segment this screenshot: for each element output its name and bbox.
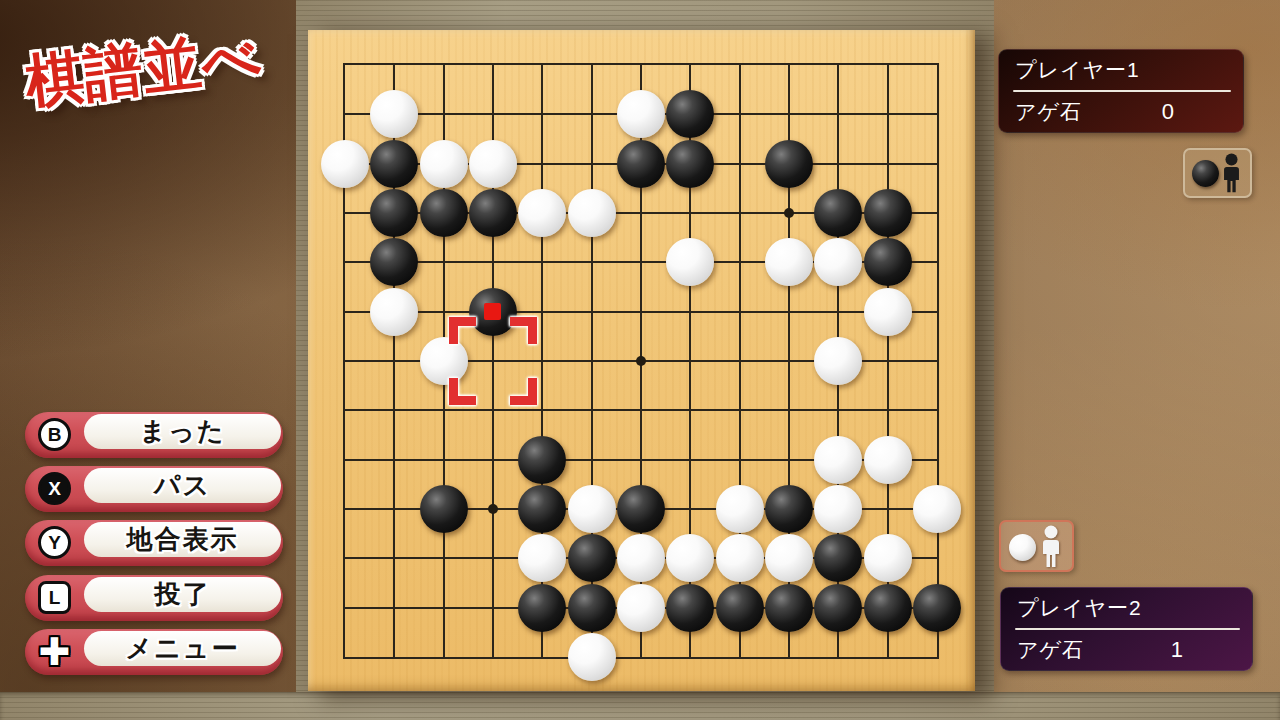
black-stone [568, 534, 616, 582]
black-stone [814, 534, 862, 582]
black-stone [666, 584, 714, 632]
board-cursor[interactable] [449, 317, 537, 405]
star-point [488, 504, 498, 514]
territory-display-label: 地合表示 [84, 522, 281, 557]
player1-captures-row: アゲ石 0 [999, 92, 1243, 132]
white-stone [765, 534, 813, 582]
black-stone [765, 485, 813, 533]
black-stone [617, 485, 665, 533]
player1-stone-indicator [1183, 148, 1252, 198]
black-stone [370, 238, 418, 286]
black-stone [568, 584, 616, 632]
plus-button-icon: ✚ [38, 635, 71, 668]
b-button-icon: B [38, 418, 71, 451]
white-stone [469, 140, 517, 188]
white-stone [814, 485, 862, 533]
player2-panel: プレイヤー2 アゲ石 1 [1000, 587, 1253, 671]
black-stone [370, 189, 418, 237]
black-stone [814, 189, 862, 237]
white-stone-icon [1009, 534, 1036, 561]
star-point [636, 356, 646, 366]
player1-captures-count: 0 [1162, 99, 1175, 125]
star-point [784, 208, 794, 218]
player-person-icon [1038, 525, 1064, 569]
x-button-icon: X [38, 472, 71, 505]
black-stone [814, 584, 862, 632]
pass-label: パス [84, 468, 281, 503]
white-stone [518, 189, 566, 237]
white-stone [420, 140, 468, 188]
black-stone [864, 584, 912, 632]
menu-button[interactable]: ✚ メニュー [25, 629, 283, 675]
white-stone [666, 238, 714, 286]
white-stone [716, 534, 764, 582]
black-stone [864, 189, 912, 237]
goban-grid[interactable] [343, 63, 939, 659]
grid-line [345, 409, 937, 411]
player2-captures-count: 1 [1171, 637, 1184, 663]
page-title: 棋譜並べ [22, 17, 267, 121]
player2-captures-row: アゲ石 1 [1001, 630, 1252, 670]
white-stone [666, 534, 714, 582]
player1-panel: プレイヤー1 アゲ石 0 [998, 49, 1244, 133]
matta-button[interactable]: B まった [25, 412, 283, 458]
black-stone [370, 140, 418, 188]
white-stone [814, 337, 862, 385]
black-stone [716, 584, 764, 632]
captures-label: アゲ石 [1015, 98, 1082, 126]
captures-label: アゲ石 [1017, 636, 1084, 664]
white-stone [617, 534, 665, 582]
black-stone [913, 584, 961, 632]
white-stone [568, 485, 616, 533]
white-stone [568, 189, 616, 237]
cursor-corner [510, 378, 537, 405]
black-stone [420, 485, 468, 533]
black-stone [765, 584, 813, 632]
black-stone [864, 238, 912, 286]
resign-button[interactable]: L 投了 [25, 575, 283, 621]
l-button-icon: L [38, 581, 71, 614]
white-stone [370, 288, 418, 336]
player-person-icon [1219, 153, 1244, 194]
white-stone [568, 633, 616, 681]
white-stone [321, 140, 369, 188]
player2-name: プレイヤー2 [1001, 588, 1252, 628]
pass-button[interactable]: X パス [25, 466, 283, 512]
white-stone [370, 90, 418, 138]
black-stone [518, 485, 566, 533]
white-stone [814, 436, 862, 484]
cursor-corner [510, 317, 537, 344]
player2-stone-indicator [999, 520, 1074, 572]
cursor-corner [449, 378, 476, 405]
black-stone [666, 90, 714, 138]
white-stone [617, 90, 665, 138]
white-stone [864, 534, 912, 582]
black-stone [518, 584, 566, 632]
goban-board[interactable] [308, 30, 975, 691]
white-stone [864, 436, 912, 484]
game-screen: 棋譜並べ B まった X パス Y 地合表示 L 投了 ✚ メニュー プレイヤー… [0, 0, 1280, 720]
black-stone-icon [1192, 160, 1219, 187]
white-stone [864, 288, 912, 336]
tatami-mat-bottom [0, 692, 1280, 720]
black-stone [518, 436, 566, 484]
menu-label: メニュー [84, 631, 281, 666]
black-stone [617, 140, 665, 188]
resign-label: 投了 [84, 577, 281, 612]
white-stone [617, 584, 665, 632]
matta-label: まった [84, 414, 281, 449]
y-button-icon: Y [38, 526, 71, 559]
territory-display-button[interactable]: Y 地合表示 [25, 520, 283, 566]
black-stone [420, 189, 468, 237]
black-stone [469, 189, 517, 237]
white-stone [814, 238, 862, 286]
black-stone [765, 140, 813, 188]
white-stone [913, 485, 961, 533]
white-stone [518, 534, 566, 582]
white-stone [716, 485, 764, 533]
black-stone [666, 140, 714, 188]
white-stone [765, 238, 813, 286]
cursor-corner [449, 317, 476, 344]
player1-name: プレイヤー1 [999, 50, 1243, 90]
